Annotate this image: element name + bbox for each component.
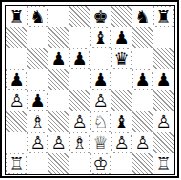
black-pawn-piece: ♟ <box>91 70 109 89</box>
square-g3[interactable] <box>132 111 153 132</box>
square-a2[interactable] <box>6 132 27 153</box>
square-b2[interactable]: ♙ <box>27 132 48 153</box>
square-g4[interactable] <box>132 90 153 111</box>
square-f5[interactable] <box>111 69 132 90</box>
square-a8[interactable]: ♜ <box>6 6 27 27</box>
square-h4[interactable] <box>153 90 174 111</box>
square-d5[interactable] <box>69 69 90 90</box>
white-pawn-piece: ♙ <box>7 91 25 110</box>
square-a4[interactable]: ♙ <box>6 90 27 111</box>
board-frame: ♜♞♚♞♜♝♟♟♟♛♟♟♟♟♙♟♙♗♙♘♝♙♙♙♗♕♙♙♖♔♖ <box>0 0 179 178</box>
white-rook-piece: ♖ <box>7 154 25 173</box>
white-bishop-piece: ♗ <box>28 112 46 131</box>
square-c5[interactable] <box>48 69 69 90</box>
white-pawn-piece: ♙ <box>133 133 151 152</box>
square-c4[interactable] <box>48 90 69 111</box>
square-f8[interactable] <box>111 6 132 27</box>
square-h2[interactable] <box>153 132 174 153</box>
black-pawn-piece: ♟ <box>133 70 151 89</box>
square-d4[interactable] <box>69 90 90 111</box>
square-h8[interactable]: ♜ <box>153 6 174 27</box>
square-f1[interactable] <box>111 153 132 174</box>
square-g5[interactable]: ♟ <box>132 69 153 90</box>
black-knight-piece: ♞ <box>28 7 46 26</box>
square-f7[interactable]: ♟ <box>111 27 132 48</box>
square-a1[interactable]: ♖ <box>6 153 27 174</box>
black-pawn-piece: ♟ <box>154 70 172 89</box>
white-bishop-piece: ♗ <box>70 133 88 152</box>
square-f3[interactable]: ♝ <box>111 111 132 132</box>
square-a5[interactable]: ♟ <box>6 69 27 90</box>
white-knight-piece: ♘ <box>91 112 109 131</box>
square-d1[interactable] <box>69 153 90 174</box>
square-e8[interactable]: ♚ <box>90 6 111 27</box>
white-king-piece: ♔ <box>91 154 109 173</box>
square-e4[interactable]: ♙ <box>90 90 111 111</box>
square-e7[interactable]: ♝ <box>90 27 111 48</box>
square-f6[interactable]: ♛ <box>111 48 132 69</box>
square-c6[interactable]: ♟ <box>48 48 69 69</box>
square-f4[interactable] <box>111 90 132 111</box>
white-rook-piece: ♖ <box>154 154 172 173</box>
square-h1[interactable]: ♖ <box>153 153 174 174</box>
white-pawn-piece: ♙ <box>154 112 172 131</box>
white-pawn-piece: ♙ <box>28 133 46 152</box>
square-e2[interactable]: ♕ <box>90 132 111 153</box>
black-knight-piece: ♞ <box>133 7 151 26</box>
square-e1[interactable]: ♔ <box>90 153 111 174</box>
black-pawn-piece: ♟ <box>49 49 67 68</box>
square-h3[interactable]: ♙ <box>153 111 174 132</box>
square-d6[interactable]: ♟ <box>69 48 90 69</box>
square-a7[interactable] <box>6 27 27 48</box>
square-b1[interactable] <box>27 153 48 174</box>
square-h6[interactable] <box>153 48 174 69</box>
white-pawn-piece: ♙ <box>91 91 109 110</box>
square-d7[interactable] <box>69 27 90 48</box>
square-g6[interactable] <box>132 48 153 69</box>
square-d2[interactable]: ♗ <box>69 132 90 153</box>
square-b8[interactable]: ♞ <box>27 6 48 27</box>
square-g7[interactable] <box>132 27 153 48</box>
square-c1[interactable] <box>48 153 69 174</box>
square-b7[interactable] <box>27 27 48 48</box>
black-queen-piece: ♛ <box>112 49 130 68</box>
square-h5[interactable]: ♟ <box>153 69 174 90</box>
white-pawn-piece: ♙ <box>49 133 67 152</box>
black-pawn-piece: ♟ <box>7 70 25 89</box>
square-c3[interactable] <box>48 111 69 132</box>
square-d3[interactable]: ♙ <box>69 111 90 132</box>
black-king-piece: ♚ <box>91 7 109 26</box>
white-pawn-piece: ♙ <box>70 112 88 131</box>
square-g2[interactable]: ♙ <box>132 132 153 153</box>
square-f2[interactable]: ♙ <box>111 132 132 153</box>
square-c7[interactable] <box>48 27 69 48</box>
black-rook-piece: ♜ <box>7 7 25 26</box>
square-h7[interactable] <box>153 27 174 48</box>
square-b6[interactable] <box>27 48 48 69</box>
square-g1[interactable] <box>132 153 153 174</box>
black-pawn-piece: ♟ <box>28 91 46 110</box>
black-rook-piece: ♜ <box>154 7 172 26</box>
board-inner-border: ♜♞♚♞♜♝♟♟♟♛♟♟♟♟♙♟♙♗♙♘♝♙♙♙♗♕♙♙♖♔♖ <box>5 5 175 175</box>
square-c8[interactable] <box>48 6 69 27</box>
square-e6[interactable] <box>90 48 111 69</box>
square-e3[interactable]: ♘ <box>90 111 111 132</box>
square-d8[interactable] <box>69 6 90 27</box>
square-b3[interactable]: ♗ <box>27 111 48 132</box>
square-b4[interactable]: ♟ <box>27 90 48 111</box>
square-a3[interactable] <box>6 111 27 132</box>
black-bishop-piece: ♝ <box>91 28 109 47</box>
chess-board: ♜♞♚♞♜♝♟♟♟♛♟♟♟♟♙♟♙♗♙♘♝♙♙♙♗♕♙♙♖♔♖ <box>6 6 174 174</box>
square-a6[interactable] <box>6 48 27 69</box>
square-c2[interactable]: ♙ <box>48 132 69 153</box>
black-bishop-piece: ♝ <box>112 112 130 131</box>
black-pawn-piece: ♟ <box>112 28 130 47</box>
square-g8[interactable]: ♞ <box>132 6 153 27</box>
white-pawn-piece: ♙ <box>112 133 130 152</box>
square-e5[interactable]: ♟ <box>90 69 111 90</box>
white-queen-piece: ♕ <box>91 133 109 152</box>
black-pawn-piece: ♟ <box>70 49 88 68</box>
square-b5[interactable] <box>27 69 48 90</box>
